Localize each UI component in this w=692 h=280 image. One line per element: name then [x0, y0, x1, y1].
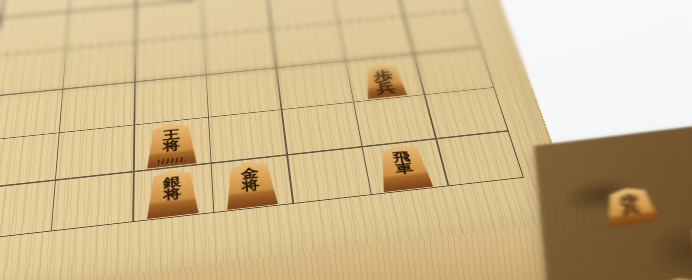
captured-piece-歩[interactable]: 歩兵: [683, 219, 692, 267]
shogi-piece-王-sente[interactable]: 王将: [145, 120, 199, 168]
square-r9c9: [435, 130, 523, 186]
shogi-board: 桂馬銀将金将玉将金将歩兵歩兵歩兵歩兵歩兵歩兵歩兵王将香車桂馬銀将金将飛車: [0, 0, 581, 280]
square-r9c7: [286, 146, 370, 203]
captured-piece-歩[interactable]: 歩兵: [601, 185, 661, 228]
piece-kanji: 歩兵: [618, 193, 642, 216]
square-r9c8: 飛車: [361, 138, 447, 194]
piece-kanji: 王将: [163, 128, 181, 151]
square-r9c6: 金将: [210, 154, 292, 212]
captured-piece-香[interactable]: 香車: [648, 275, 692, 280]
piece-kanji: 金将: [240, 167, 260, 192]
shogi-piece-銀-sente[interactable]: 銀将: [145, 167, 201, 219]
square-r9c3: [0, 179, 55, 240]
shogi-piece-金-sente[interactable]: 金将: [222, 158, 280, 210]
square-r9c4: [51, 171, 133, 231]
piece-kanji: 銀将: [163, 175, 181, 201]
square-r8c8: [352, 94, 434, 146]
square-r8c9: [423, 87, 507, 138]
piece-kanji: 歩兵: [372, 70, 397, 96]
shogi-piece-飛-sente[interactable]: 飛車: [373, 142, 435, 192]
board-grid: 桂馬銀将金将玉将金将歩兵歩兵歩兵歩兵歩兵歩兵歩兵王将香車桂馬銀将金将飛車: [0, 0, 524, 260]
piece-kanji: 飛車: [392, 150, 414, 174]
shogi-photo-scene: 桂馬銀将金将玉将金将歩兵歩兵歩兵歩兵歩兵歩兵歩兵王将香車桂馬銀将金将飛車 歩兵歩…: [0, 0, 692, 280]
shogi-piece-歩-sente[interactable]: 歩兵: [360, 62, 409, 99]
maker-signature-marks: [158, 156, 186, 164]
square-r9c5: 銀将: [133, 162, 213, 221]
